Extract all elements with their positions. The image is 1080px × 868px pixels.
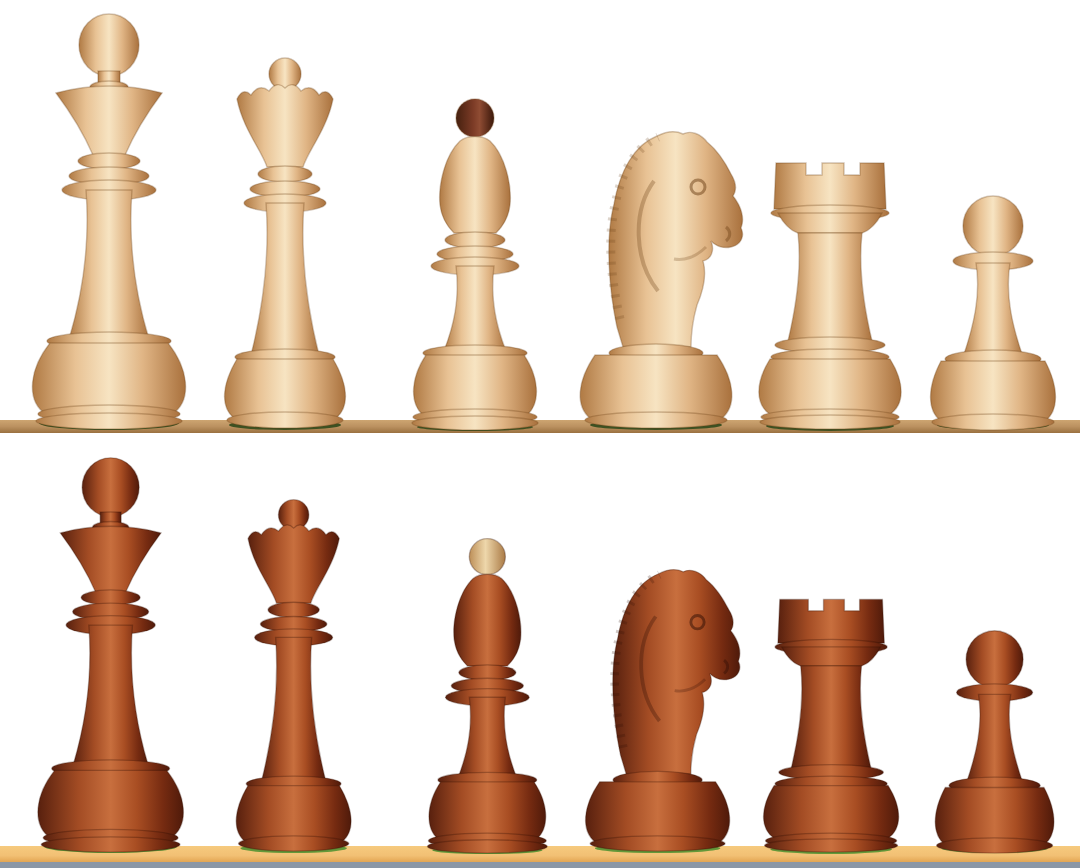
chess-set-scene [0, 0, 1080, 868]
lower-surface-front-edge [0, 862, 1080, 868]
chess-set-photo [0, 0, 1080, 868]
white-background [0, 0, 1080, 868]
